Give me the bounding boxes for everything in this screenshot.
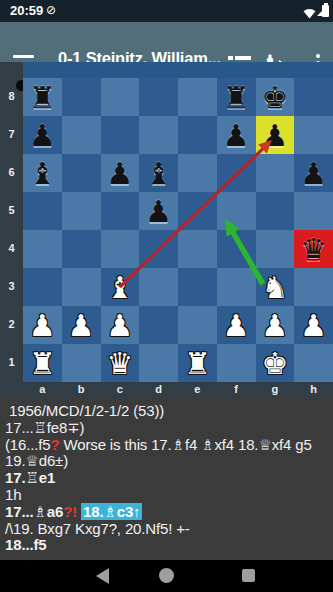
- board-frame: [23, 62, 333, 78]
- piece-black-pawn-g7[interactable]: ♟: [256, 116, 295, 154]
- notation-line-5: 17.♖e1: [5, 470, 333, 487]
- file-label-c: c: [117, 383, 123, 395]
- notation-line-4: 19.♕d6±): [5, 453, 333, 470]
- rank-label-4: 4: [0, 242, 23, 254]
- square-h3[interactable]: [294, 268, 333, 306]
- file-label-e: e: [194, 383, 200, 395]
- square-b6[interactable]: [62, 154, 101, 192]
- notation-line-1: 1956/MCD/1/2-1/2 (53)): [5, 403, 333, 420]
- home-button[interactable]: [159, 568, 174, 583]
- square-e7[interactable]: [178, 116, 217, 154]
- piece-white-bishop-c3[interactable]: ♝: [101, 268, 140, 306]
- piece-black-pawn-h6[interactable]: ♟: [294, 154, 333, 192]
- square-b1[interactable]: [62, 344, 101, 382]
- piece-white-queen-c1[interactable]: ♛: [101, 344, 140, 382]
- piece-white-knight-g3[interactable]: ♞: [256, 268, 295, 306]
- notation-segment[interactable]: ?: [51, 436, 60, 453]
- square-b4[interactable]: [62, 230, 101, 268]
- notation-line-8: /\19. Bxg7 Kxg7?, 20.Nf5! +-: [5, 521, 333, 538]
- notation-segment[interactable]: 17...♗a6: [5, 503, 63, 520]
- square-d4[interactable]: [139, 230, 178, 268]
- square-d8[interactable]: [139, 78, 178, 116]
- square-a3[interactable]: [23, 268, 62, 306]
- piece-black-pawn-a7[interactable]: ♟: [23, 116, 62, 154]
- file-label-b: b: [78, 383, 85, 395]
- square-e6[interactable]: [178, 154, 217, 192]
- square-f4[interactable]: [217, 230, 256, 268]
- piece-white-pawn-b2[interactable]: ♟: [62, 306, 101, 344]
- rank-label-2: 2: [0, 318, 23, 330]
- square-d7[interactable]: [139, 116, 178, 154]
- notation-segment[interactable]: 19.♕d6±): [5, 452, 68, 469]
- piece-black-pawn-d5[interactable]: ♟: [139, 192, 178, 230]
- piece-black-pawn-f7[interactable]: ♟: [217, 116, 256, 154]
- square-d1[interactable]: [139, 344, 178, 382]
- board: ♜♜♚♟♟♟♝♟♝♟♟♛♝♞♟♟♟♟♟♟♜♛♜♚: [23, 78, 333, 382]
- file-label-d: d: [155, 383, 162, 395]
- app-bar: 0-1 Steinitz, William... favorites (13) …: [0, 22, 333, 62]
- notation-segment[interactable]: 1h: [5, 486, 21, 503]
- square-d2[interactable]: [139, 306, 178, 344]
- piece-white-rook-e1[interactable]: ♜: [178, 344, 217, 382]
- square-f3[interactable]: [217, 268, 256, 306]
- rank-label-3: 3: [0, 280, 23, 292]
- square-h1[interactable]: [294, 344, 333, 382]
- app-screen: 20:59 ⊘ 0-1 Steinitz, William... favorit…: [0, 0, 333, 592]
- notation-segment[interactable]: Worse is this 17.♗f4 ♗xf4 18.♕xf4 g5: [60, 436, 312, 453]
- notation-panel[interactable]: 1956/MCD/1/2-1/2 (53))17...♖fe8∓)(16...f…: [0, 398, 333, 560]
- piece-white-pawn-f2[interactable]: ♟: [217, 306, 256, 344]
- notation-line-2: 17...♖fe8∓): [5, 420, 333, 437]
- square-b5[interactable]: [62, 192, 101, 230]
- notation-segment[interactable]: /\19. Bxg7 Kxg7?, 20.Nf5! +-: [5, 520, 190, 537]
- square-f6[interactable]: [217, 154, 256, 192]
- square-c8[interactable]: [101, 78, 140, 116]
- piece-black-bishop-d6[interactable]: ♝: [139, 154, 178, 192]
- piece-black-queen-h4[interactable]: ♛: [294, 230, 333, 268]
- recents-button[interactable]: [242, 569, 255, 582]
- rank-label-5: 5: [0, 204, 23, 216]
- battery-icon: [322, 5, 329, 17]
- square-h8[interactable]: [294, 78, 333, 116]
- board-gutter: [0, 62, 23, 398]
- notation-segment[interactable]: 18...f5: [5, 536, 46, 553]
- piece-black-king-g8[interactable]: ♚: [256, 78, 295, 116]
- piece-white-rook-a1[interactable]: ♜: [23, 344, 62, 382]
- square-e4[interactable]: [178, 230, 217, 268]
- notation-line-6: 1h: [5, 487, 333, 504]
- file-strip: [0, 382, 333, 398]
- clock: 20:59: [10, 3, 43, 18]
- square-h7[interactable]: [294, 116, 333, 154]
- rank-label-6: 6: [0, 166, 23, 178]
- square-g5[interactable]: [256, 192, 295, 230]
- notation-line-9: 18...f5: [5, 537, 333, 554]
- file-label-a: a: [39, 383, 45, 395]
- file-label-f: f: [234, 383, 238, 395]
- piece-white-pawn-h2[interactable]: ♟: [294, 306, 333, 344]
- square-c5[interactable]: [101, 192, 140, 230]
- square-e5[interactable]: [178, 192, 217, 230]
- back-button[interactable]: [96, 568, 109, 584]
- rank-label-8: 8: [0, 90, 23, 102]
- square-c4[interactable]: [101, 230, 140, 268]
- square-g4[interactable]: [256, 230, 295, 268]
- square-a5[interactable]: [23, 192, 62, 230]
- piece-black-rook-a8[interactable]: ♜: [23, 78, 62, 116]
- piece-white-pawn-g2[interactable]: ♟: [256, 306, 295, 344]
- piece-black-pawn-c6[interactable]: ♟: [101, 154, 140, 192]
- notation-current-move[interactable]: 18.♗c3↑: [81, 503, 142, 520]
- square-b8[interactable]: [62, 78, 101, 116]
- notation-segment[interactable]: 17...♖fe8∓): [5, 419, 84, 436]
- file-label-g: g: [272, 383, 279, 395]
- notation-segment[interactable]: 17.♖e1: [5, 469, 55, 486]
- square-h5[interactable]: [294, 192, 333, 230]
- square-b3[interactable]: [62, 268, 101, 306]
- notation-segment[interactable]: ?!: [63, 503, 77, 520]
- square-b7[interactable]: [62, 116, 101, 154]
- piece-black-bishop-a6[interactable]: ♝: [23, 154, 62, 192]
- square-f5[interactable]: [217, 192, 256, 230]
- piece-white-pawn-a2[interactable]: ♟: [23, 306, 62, 344]
- piece-black-rook-f8[interactable]: ♜: [217, 78, 256, 116]
- square-c7[interactable]: [101, 116, 140, 154]
- do-not-disturb-icon: ⊘: [46, 4, 56, 17]
- status-bar: 20:59 ⊘: [0, 0, 333, 22]
- notation-segment[interactable]: 1956/MCD/1/2-1/2 (53)): [5, 402, 164, 419]
- rank-label-7: 7: [0, 128, 23, 140]
- notation-line-7: 17...♗a6?! 18.♗c3↑: [5, 504, 333, 521]
- file-label-h: h: [310, 383, 317, 395]
- nav-bar: [0, 560, 333, 592]
- square-e8[interactable]: [178, 78, 217, 116]
- square-g6[interactable]: [256, 154, 295, 192]
- square-e2[interactable]: [178, 306, 217, 344]
- piece-white-king-g1[interactable]: ♚: [256, 344, 295, 382]
- square-d3[interactable]: [139, 268, 178, 306]
- wifi-icon: [303, 5, 316, 23]
- square-a4[interactable]: [23, 230, 62, 268]
- notation-line-3: (16...f5? Worse is this 17.♗f4 ♗xf4 18.♕…: [5, 437, 333, 454]
- square-e3[interactable]: [178, 268, 217, 306]
- rank-label-1: 1: [0, 356, 23, 368]
- piece-white-pawn-c2[interactable]: ♟: [101, 306, 140, 344]
- square-f1[interactable]: [217, 344, 256, 382]
- notation-segment[interactable]: (16...f5: [5, 436, 51, 453]
